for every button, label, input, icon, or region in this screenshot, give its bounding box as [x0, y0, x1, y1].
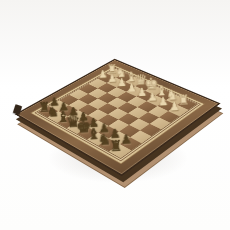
- piece-white-pawn: ♟: [167, 101, 182, 113]
- piece-black-rook: ♜: [108, 139, 124, 154]
- product-photo-background: ♜♞♝♛♚♝♞♜♟♟♟♟♟♟♟♟♟♟♟♟♟♟♟♟♜♞♝♛♚♝♞♜: [0, 0, 230, 230]
- chess-board: ♜♞♝♛♚♝♞♜♟♟♟♟♟♟♟♟♟♟♟♟♟♟♟♟♜♞♝♛♚♝♞♜: [15, 59, 221, 177]
- board-3d-scene: ♜♞♝♛♚♝♞♜♟♟♟♟♟♟♟♟♟♟♟♟♟♟♟♟♜♞♝♛♚♝♞♜: [0, 0, 230, 230]
